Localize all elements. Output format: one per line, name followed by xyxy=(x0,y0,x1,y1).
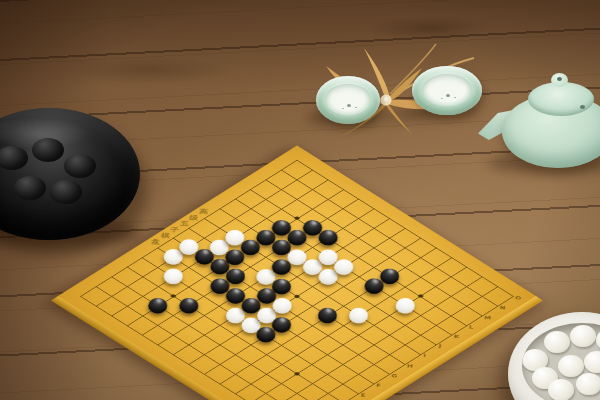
white-bowl-cavity xyxy=(522,323,600,400)
bowl-white-stone xyxy=(596,329,600,351)
bowl-white-stone xyxy=(548,379,574,400)
teacup-2[interactable] xyxy=(412,66,482,115)
black-stone-bowl[interactable] xyxy=(0,108,140,240)
black-stone[interactable] xyxy=(314,304,341,326)
coordinate-label: H xyxy=(407,364,413,369)
teacup-1[interactable] xyxy=(316,76,380,124)
bowl-white-stone xyxy=(544,331,570,353)
teapot[interactable] xyxy=(492,86,600,178)
white-stone[interactable] xyxy=(345,304,372,326)
star-point xyxy=(293,372,300,376)
white-stone[interactable] xyxy=(160,266,187,288)
teapot-lid xyxy=(528,82,594,116)
teapot-knob xyxy=(551,73,568,87)
coordinate-label: G xyxy=(392,373,398,378)
table-scene: 高级五子棋盘 ABCDEFGHIJKLMNO xyxy=(0,0,600,400)
board-title-char: 盘 xyxy=(151,238,161,246)
bowl-black-stone xyxy=(32,138,64,162)
bowl-white-stone xyxy=(558,355,584,377)
black-stone[interactable] xyxy=(144,295,171,317)
white-stone-bowl[interactable] xyxy=(508,312,600,400)
bowl-black-stone xyxy=(14,176,46,200)
bowl-white-stone xyxy=(584,351,600,373)
coordinate-label: J xyxy=(438,344,441,349)
coordinate-label: I xyxy=(423,353,426,358)
bowl-black-stone xyxy=(64,154,96,178)
bowl-white-stone xyxy=(576,373,600,395)
bowl-white-stone xyxy=(570,325,596,347)
coordinate-label: O xyxy=(515,296,521,301)
bowl-black-stone xyxy=(0,146,28,170)
bowl-black-stone xyxy=(50,180,82,204)
black-stone[interactable] xyxy=(175,295,202,317)
